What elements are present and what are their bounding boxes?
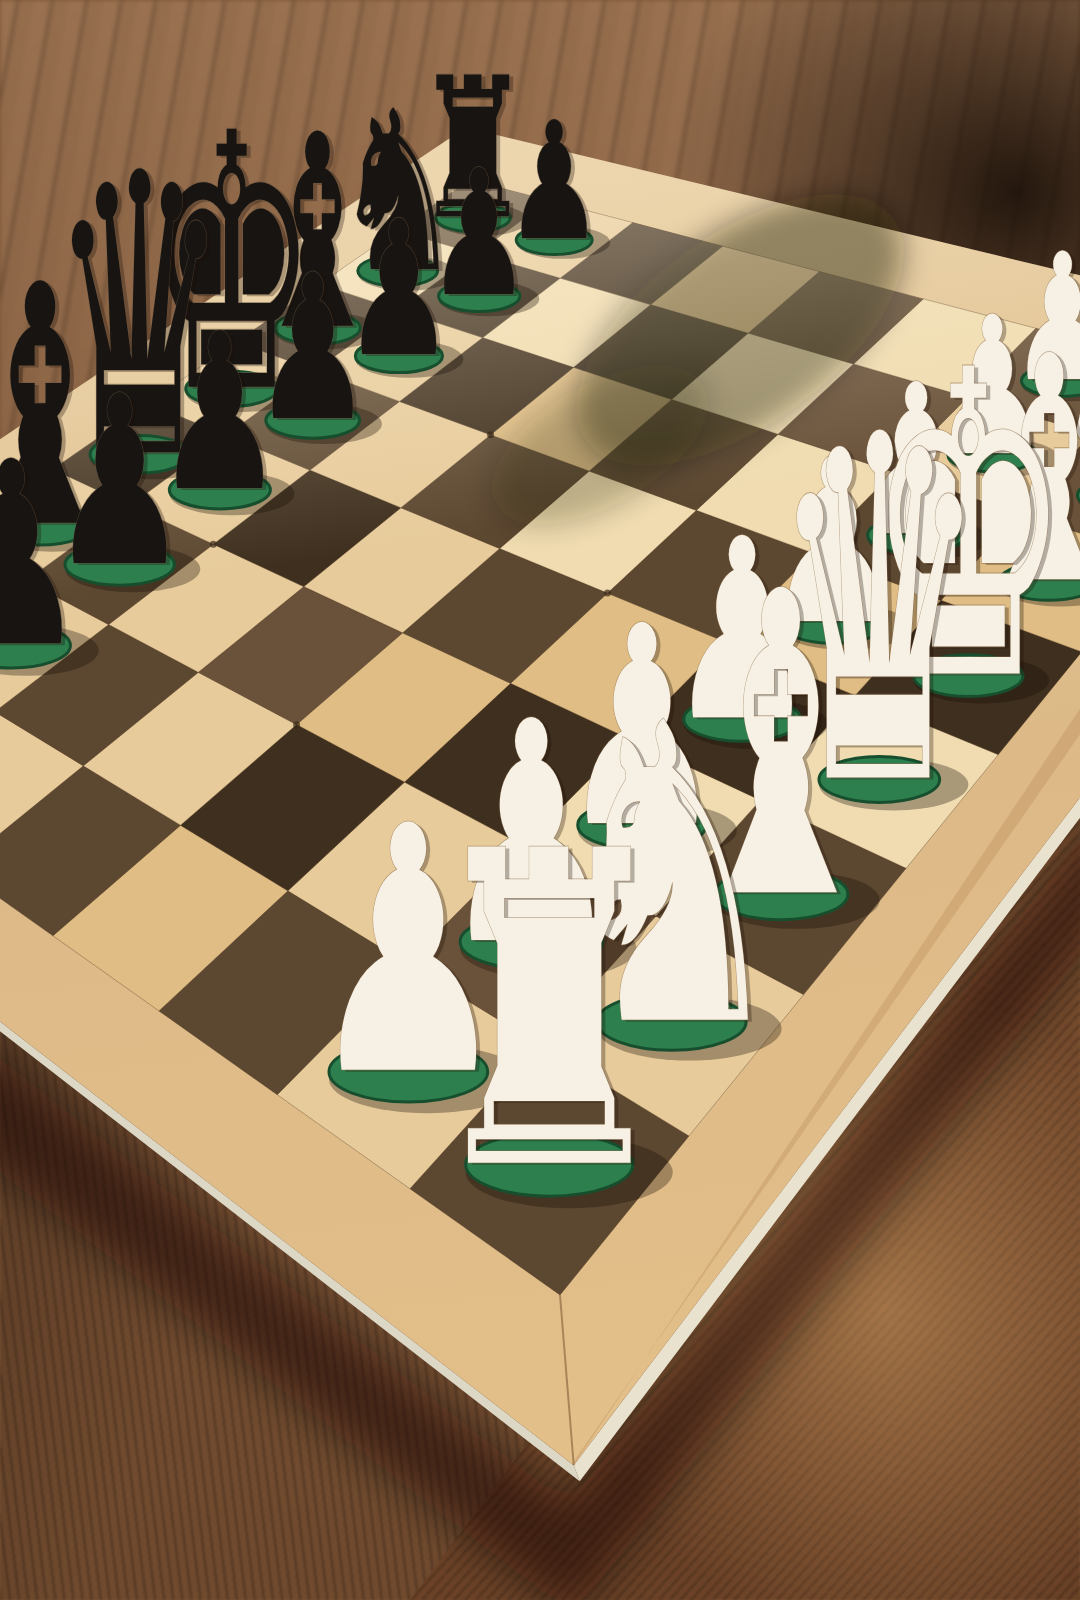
piece-black-pawn-b7[interactable]: ♟♟ (0, 408, 99, 705)
pawn-icon: ♟ (0, 408, 87, 703)
chessboard-photo-scene: ♜♜♟♟♞♞♟♟♝♝♟♟♟♟♚♚♜♜♟♟♛♛♟♟♟♟♞♞♝♝♟♟♟♟♝♝♞♞♟♟… (0, 0, 1080, 1600)
piece-white-rook-a1[interactable]: ♜♜ (420, 760, 683, 1267)
chess-board[interactable]: ♜♜♟♟♞♞♟♟♝♝♟♟♟♟♚♚♜♜♟♟♛♛♟♟♟♟♞♞♝♝♟♟♟♟♝♝♞♞♟♟… (0, 0, 1080, 1600)
rook-icon: ♜ (420, 760, 679, 1265)
